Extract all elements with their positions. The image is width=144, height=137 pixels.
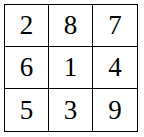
cell-r1c3[interactable]: 7	[93, 5, 137, 47]
cell-r3c3[interactable]: 9	[93, 89, 137, 131]
cell-r1c2[interactable]: 8	[49, 5, 93, 47]
cell-r3c2[interactable]: 3	[49, 89, 93, 131]
number-grid-board: 2 8 7 6 1 4 5 3 9	[4, 4, 138, 132]
cell-r2c2[interactable]: 1	[49, 47, 93, 89]
cell-r2c1[interactable]: 6	[5, 47, 49, 89]
cell-r2c3[interactable]: 4	[93, 47, 137, 89]
cell-r1c1[interactable]: 2	[5, 5, 49, 47]
grid-3x3: 2 8 7 6 1 4 5 3 9	[4, 4, 138, 132]
cell-r3c1[interactable]: 5	[5, 89, 49, 131]
